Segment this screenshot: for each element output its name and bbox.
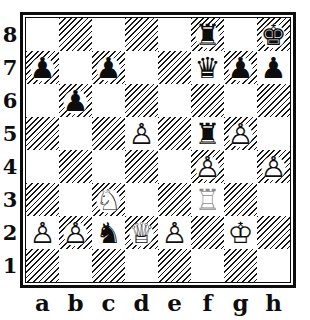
square-a8 <box>26 18 59 51</box>
black-queen-f7: ♛ <box>191 51 224 84</box>
rank-label-5: 5 <box>0 117 20 150</box>
square-h2 <box>257 216 290 249</box>
file-label-g: g <box>224 289 257 317</box>
square-c4 <box>92 150 125 183</box>
square-g4 <box>224 150 257 183</box>
square-f1 <box>191 249 224 282</box>
square-d1 <box>125 249 158 282</box>
rank-label-7: 7 <box>0 51 20 84</box>
square-f5: ♜ <box>191 117 224 150</box>
square-e6 <box>158 84 191 117</box>
square-c8 <box>92 18 125 51</box>
rank-label-8: 8 <box>0 18 20 51</box>
square-d8 <box>125 18 158 51</box>
square-e4 <box>158 150 191 183</box>
white-pawn-d5: ♙ <box>125 117 158 150</box>
square-b3 <box>59 183 92 216</box>
white-king-g2: ♔ <box>224 216 257 249</box>
rank-label-6: 6 <box>0 84 20 117</box>
square-g3 <box>224 183 257 216</box>
black-pawn-c7: ♟ <box>92 51 125 84</box>
square-d4 <box>125 150 158 183</box>
file-label-h: h <box>257 289 290 317</box>
square-d5: ♙ <box>125 117 158 150</box>
white-queen-d2: ♕ <box>125 216 158 249</box>
square-c3: ♘ <box>92 183 125 216</box>
square-c5 <box>92 117 125 150</box>
white-pawn-h4: ♙ <box>257 150 290 183</box>
white-knight-c3: ♘ <box>92 183 125 216</box>
file-label-c: c <box>92 289 125 317</box>
white-pawn-a2: ♙ <box>26 216 59 249</box>
square-f2 <box>191 216 224 249</box>
black-pawn-a7: ♟ <box>26 51 59 84</box>
square-g1 <box>224 249 257 282</box>
square-b7 <box>59 51 92 84</box>
chess-diagram: 87654321 ♜♚♟♟♛♟♟♟♙♜♙♙♙♘♖♙♙♞♕♙♔ abcdefgh <box>0 0 310 320</box>
square-g7: ♟ <box>224 51 257 84</box>
file-label-e: e <box>158 289 191 317</box>
square-d6 <box>125 84 158 117</box>
square-c7: ♟ <box>92 51 125 84</box>
square-a3 <box>26 183 59 216</box>
file-label-d: d <box>125 289 158 317</box>
square-a1 <box>26 249 59 282</box>
square-a5 <box>26 117 59 150</box>
black-pawn-h7: ♟ <box>257 51 290 84</box>
square-d2: ♕ <box>125 216 158 249</box>
square-e7 <box>158 51 191 84</box>
file-label-b: b <box>59 289 92 317</box>
white-pawn-b2: ♙ <box>59 216 92 249</box>
square-b2: ♙ <box>59 216 92 249</box>
square-h3 <box>257 183 290 216</box>
square-b6: ♟ <box>59 84 92 117</box>
square-c2: ♞ <box>92 216 125 249</box>
square-g5: ♙ <box>224 117 257 150</box>
rank-label-4: 4 <box>0 150 20 183</box>
square-h5 <box>257 117 290 150</box>
square-a4 <box>26 150 59 183</box>
square-h8: ♚ <box>257 18 290 51</box>
black-pawn-b6: ♟ <box>59 84 92 117</box>
square-e1 <box>158 249 191 282</box>
square-h6 <box>257 84 290 117</box>
square-a7: ♟ <box>26 51 59 84</box>
board-frame: ♜♚♟♟♛♟♟♟♙♜♙♙♙♘♖♙♙♞♕♙♔ <box>20 12 296 288</box>
chess-board: ♜♚♟♟♛♟♟♟♙♜♙♙♙♘♖♙♙♞♕♙♔ <box>26 18 290 282</box>
square-f7: ♛ <box>191 51 224 84</box>
square-d7 <box>125 51 158 84</box>
file-label-a: a <box>26 289 59 317</box>
square-g2: ♔ <box>224 216 257 249</box>
square-f3: ♖ <box>191 183 224 216</box>
rank-label-3: 3 <box>0 183 20 216</box>
white-rook-f3: ♖ <box>191 183 224 216</box>
square-e5 <box>158 117 191 150</box>
square-b8 <box>59 18 92 51</box>
white-pawn-g5: ♙ <box>224 117 257 150</box>
file-label-f: f <box>191 289 224 317</box>
rank-label-2: 2 <box>0 216 20 249</box>
square-b4 <box>59 150 92 183</box>
square-g8 <box>224 18 257 51</box>
white-pawn-f4: ♙ <box>191 150 224 183</box>
square-b1 <box>59 249 92 282</box>
square-f4: ♙ <box>191 150 224 183</box>
black-king-h8: ♚ <box>257 18 290 51</box>
square-a6 <box>26 84 59 117</box>
square-e2: ♙ <box>158 216 191 249</box>
square-b5 <box>59 117 92 150</box>
square-g6 <box>224 84 257 117</box>
square-h4: ♙ <box>257 150 290 183</box>
square-f8: ♜ <box>191 18 224 51</box>
square-d3 <box>125 183 158 216</box>
square-c1 <box>92 249 125 282</box>
black-knight-c2: ♞ <box>92 216 125 249</box>
square-c6 <box>92 84 125 117</box>
rank-label-1: 1 <box>0 249 20 282</box>
square-f6 <box>191 84 224 117</box>
square-e3 <box>158 183 191 216</box>
white-pawn-e2: ♙ <box>158 216 191 249</box>
square-e8 <box>158 18 191 51</box>
square-a2: ♙ <box>26 216 59 249</box>
square-h1 <box>257 249 290 282</box>
square-h7: ♟ <box>257 51 290 84</box>
black-pawn-g7: ♟ <box>224 51 257 84</box>
black-rook-f5: ♜ <box>191 117 224 150</box>
black-rook-f8: ♜ <box>191 18 224 51</box>
